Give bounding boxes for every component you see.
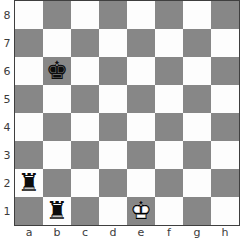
square-c4[interactable]	[71, 113, 99, 141]
file-label-f: f	[155, 225, 183, 240]
rank-label-4: 4	[0, 113, 14, 141]
square-d7[interactable]	[99, 29, 127, 57]
square-g8[interactable]	[183, 1, 211, 29]
rank-label-5: 5	[0, 85, 14, 113]
square-f8[interactable]	[155, 1, 183, 29]
rank-label-3: 3	[0, 141, 14, 169]
square-e7[interactable]	[127, 29, 155, 57]
square-f1[interactable]	[155, 197, 183, 225]
square-h7[interactable]	[211, 29, 239, 57]
square-d4[interactable]	[99, 113, 127, 141]
square-f4[interactable]	[155, 113, 183, 141]
square-f3[interactable]	[155, 141, 183, 169]
square-h6[interactable]	[211, 57, 239, 85]
square-g6[interactable]	[183, 57, 211, 85]
square-a8[interactable]	[15, 1, 43, 29]
square-d3[interactable]	[99, 141, 127, 169]
chess-diagram: 87654321 ♚♜♜♚♔ abcdefgh	[0, 0, 240, 240]
black-king[interactable]: ♚	[46, 58, 68, 83]
file-label-b: b	[43, 225, 71, 240]
square-c6[interactable]	[71, 57, 99, 85]
file-labels: abcdefgh	[15, 225, 239, 240]
board: ♚♜♜♚♔	[14, 0, 240, 226]
square-a3[interactable]	[15, 141, 43, 169]
square-c3[interactable]	[71, 141, 99, 169]
square-g7[interactable]	[183, 29, 211, 57]
square-b3[interactable]	[43, 141, 71, 169]
square-h8[interactable]	[211, 1, 239, 29]
square-e8[interactable]	[127, 1, 155, 29]
file-label-c: c	[71, 225, 99, 240]
square-e3[interactable]	[127, 141, 155, 169]
square-c7[interactable]	[71, 29, 99, 57]
file-label-g: g	[183, 225, 211, 240]
square-c1[interactable]	[71, 197, 99, 225]
square-h4[interactable]	[211, 113, 239, 141]
square-a4[interactable]	[15, 113, 43, 141]
square-h5[interactable]	[211, 85, 239, 113]
square-c5[interactable]	[71, 85, 99, 113]
file-label-d: d	[99, 225, 127, 240]
white-king[interactable]: ♚♔	[130, 198, 152, 223]
square-h2[interactable]	[211, 169, 239, 197]
square-g3[interactable]	[183, 141, 211, 169]
black-rook[interactable]: ♜	[46, 198, 68, 223]
square-e6[interactable]	[127, 57, 155, 85]
file-label-a: a	[15, 225, 43, 240]
black-rook[interactable]: ♜	[18, 170, 40, 195]
square-f2[interactable]	[155, 169, 183, 197]
square-b4[interactable]	[43, 113, 71, 141]
rank-label-1: 1	[0, 197, 14, 225]
square-d6[interactable]	[99, 57, 127, 85]
square-b1[interactable]: ♜	[43, 197, 71, 225]
square-h1[interactable]	[211, 197, 239, 225]
rank-label-7: 7	[0, 29, 14, 57]
square-b2[interactable]	[43, 169, 71, 197]
square-e4[interactable]	[127, 113, 155, 141]
square-a5[interactable]	[15, 85, 43, 113]
square-f7[interactable]	[155, 29, 183, 57]
square-a1[interactable]	[15, 197, 43, 225]
square-e2[interactable]	[127, 169, 155, 197]
square-g2[interactable]	[183, 169, 211, 197]
rank-label-6: 6	[0, 57, 14, 85]
square-b7[interactable]	[43, 29, 71, 57]
square-c8[interactable]	[71, 1, 99, 29]
square-e1[interactable]: ♚♔	[127, 197, 155, 225]
square-d1[interactable]	[99, 197, 127, 225]
square-g1[interactable]	[183, 197, 211, 225]
rank-label-8: 8	[0, 1, 14, 29]
square-b8[interactable]	[43, 1, 71, 29]
square-f6[interactable]	[155, 57, 183, 85]
square-g4[interactable]	[183, 113, 211, 141]
square-e5[interactable]	[127, 85, 155, 113]
file-label-h: h	[211, 225, 239, 240]
file-label-e: e	[127, 225, 155, 240]
square-a7[interactable]	[15, 29, 43, 57]
white-king-outline: ♔	[130, 198, 152, 223]
square-a6[interactable]	[15, 57, 43, 85]
rank-label-2: 2	[0, 169, 14, 197]
rank-labels: 87654321	[0, 1, 14, 225]
square-f5[interactable]	[155, 85, 183, 113]
square-a2[interactable]: ♜	[15, 169, 43, 197]
square-b6[interactable]: ♚	[43, 57, 71, 85]
square-b5[interactable]	[43, 85, 71, 113]
square-c2[interactable]	[71, 169, 99, 197]
square-h3[interactable]	[211, 141, 239, 169]
square-d8[interactable]	[99, 1, 127, 29]
square-g5[interactable]	[183, 85, 211, 113]
square-d2[interactable]	[99, 169, 127, 197]
square-d5[interactable]	[99, 85, 127, 113]
